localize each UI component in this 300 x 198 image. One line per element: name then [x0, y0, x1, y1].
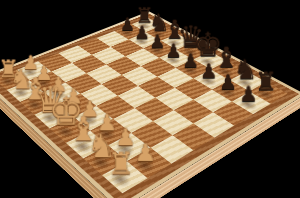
- photo-background: ♜♞♝♛♚♝♞♜♟♟♟♟♟♟♟♟♟♟♟♟♟♟♟♟♜♞♝♛♚♝♞♜: [0, 0, 300, 198]
- square-g6: [193, 90, 231, 113]
- square-d5: [122, 66, 158, 86]
- chess-board: ♜♞♝♛♚♝♞♜♟♟♟♟♟♟♟♟♟♟♟♟♟♟♟♟♜♞♝♛♚♝♞♜: [0, 11, 300, 198]
- board-scene: ♜♞♝♛♚♝♞♜♟♟♟♟♟♟♟♟♟♟♟♟♟♟♟♟♜♞♝♛♚♝♞♜: [0, 0, 300, 198]
- square-g3: [131, 121, 172, 148]
